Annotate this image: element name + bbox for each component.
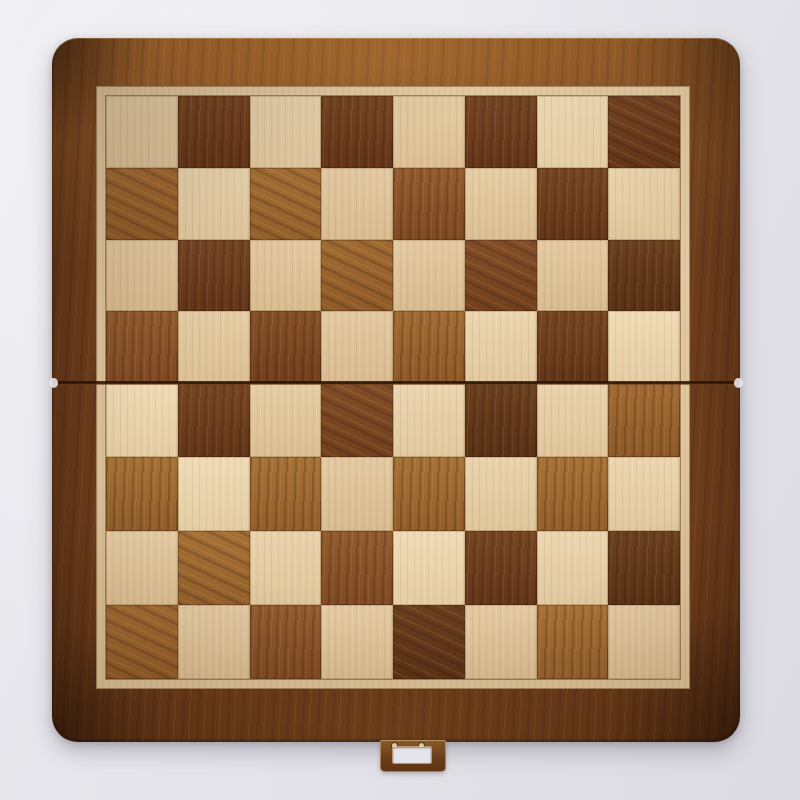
square-a1[interactable] — [106, 605, 178, 679]
square-c7[interactable] — [250, 168, 322, 240]
brass-clasp — [380, 740, 446, 772]
square-d8[interactable] — [321, 96, 393, 168]
square-h5[interactable] — [608, 311, 680, 383]
chess-board — [52, 38, 740, 742]
square-d4[interactable] — [321, 383, 393, 457]
square-h3[interactable] — [608, 457, 680, 531]
square-g2[interactable] — [537, 531, 609, 605]
square-f8[interactable] — [465, 96, 537, 168]
square-h6[interactable] — [608, 240, 680, 312]
square-f5[interactable] — [465, 311, 537, 383]
square-d2[interactable] — [321, 531, 393, 605]
square-c3[interactable] — [250, 457, 322, 531]
square-f4[interactable] — [465, 383, 537, 457]
square-f3[interactable] — [465, 457, 537, 531]
square-e2[interactable] — [393, 531, 465, 605]
square-h2[interactable] — [608, 531, 680, 605]
square-a7[interactable] — [106, 168, 178, 240]
square-a3[interactable] — [106, 457, 178, 531]
square-c8[interactable] — [250, 96, 322, 168]
square-c1[interactable] — [250, 605, 322, 679]
square-c2[interactable] — [250, 531, 322, 605]
square-d3[interactable] — [321, 457, 393, 531]
square-d1[interactable] — [321, 605, 393, 679]
square-b2[interactable] — [178, 531, 250, 605]
square-g7[interactable] — [537, 168, 609, 240]
square-d7[interactable] — [321, 168, 393, 240]
square-c5[interactable] — [250, 311, 322, 383]
square-b7[interactable] — [178, 168, 250, 240]
square-c4[interactable] — [250, 383, 322, 457]
square-b5[interactable] — [178, 311, 250, 383]
square-f1[interactable] — [465, 605, 537, 679]
square-b1[interactable] — [178, 605, 250, 679]
clasp-opening — [393, 747, 431, 763]
square-e3[interactable] — [393, 457, 465, 531]
square-f2[interactable] — [465, 531, 537, 605]
square-a2[interactable] — [106, 531, 178, 605]
square-g8[interactable] — [537, 96, 609, 168]
square-b4[interactable] — [178, 383, 250, 457]
square-b6[interactable] — [178, 240, 250, 312]
square-e6[interactable] — [393, 240, 465, 312]
product-photo-background — [0, 0, 800, 800]
square-a4[interactable] — [106, 383, 178, 457]
square-g1[interactable] — [537, 605, 609, 679]
square-g4[interactable] — [537, 383, 609, 457]
square-a8[interactable] — [106, 96, 178, 168]
square-f7[interactable] — [465, 168, 537, 240]
square-a5[interactable] — [106, 311, 178, 383]
fold-seam — [52, 381, 740, 385]
square-f6[interactable] — [465, 240, 537, 312]
square-d5[interactable] — [321, 311, 393, 383]
square-h1[interactable] — [608, 605, 680, 679]
square-a6[interactable] — [106, 240, 178, 312]
square-e1[interactable] — [393, 605, 465, 679]
board-inlay-border — [96, 86, 690, 689]
square-e8[interactable] — [393, 96, 465, 168]
board-grid — [106, 96, 680, 679]
square-e5[interactable] — [393, 311, 465, 383]
fold-hinge-notch-right — [734, 378, 743, 388]
square-d6[interactable] — [321, 240, 393, 312]
square-b8[interactable] — [178, 96, 250, 168]
square-h7[interactable] — [608, 168, 680, 240]
square-b3[interactable] — [178, 457, 250, 531]
fold-hinge-notch-left — [49, 378, 58, 388]
square-e4[interactable] — [393, 383, 465, 457]
square-h8[interactable] — [608, 96, 680, 168]
square-e7[interactable] — [393, 168, 465, 240]
square-g5[interactable] — [537, 311, 609, 383]
square-g3[interactable] — [537, 457, 609, 531]
square-c6[interactable] — [250, 240, 322, 312]
square-g6[interactable] — [537, 240, 609, 312]
square-h4[interactable] — [608, 383, 680, 457]
